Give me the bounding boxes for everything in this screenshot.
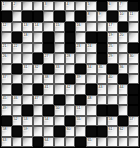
crossword-cell[interactable]: 43 (97, 84, 108, 94)
crossword-cell[interactable] (54, 74, 65, 84)
clue-number: 5 (87, 2, 90, 6)
crossword-cell[interactable] (107, 95, 118, 105)
clue-number: 12 (2, 23, 7, 27)
clue-number: 56 (108, 117, 113, 121)
crossword-cell[interactable] (33, 43, 44, 53)
crossword-cell[interactable] (43, 11, 54, 21)
crossword-cell[interactable]: 46 (12, 95, 23, 105)
clue-number: 33 (55, 65, 60, 69)
black-cell (97, 126, 108, 136)
black-cell (33, 53, 44, 63)
crossword-cell[interactable]: 28 (65, 53, 76, 63)
crossword-cell[interactable] (75, 32, 86, 42)
crossword-cell[interactable] (54, 84, 65, 94)
crossword-cell[interactable] (54, 53, 65, 63)
black-cell (118, 116, 129, 126)
clue-number: 51 (76, 106, 81, 110)
crossword-cell[interactable] (22, 95, 33, 105)
black-cell (33, 11, 44, 21)
clue-number: 1 (2, 2, 5, 6)
clue-number: 42 (66, 85, 71, 89)
black-cell (22, 105, 33, 115)
crossword-cell[interactable]: 16 (75, 22, 86, 32)
black-cell (65, 43, 76, 53)
crossword-cell[interactable] (86, 105, 97, 115)
crossword-cell[interactable]: 64 (43, 137, 54, 147)
clue-number: 18 (23, 33, 28, 37)
crossword-cell[interactable]: 13 (22, 22, 33, 32)
clue-number: 25 (108, 44, 113, 48)
crossword-cell[interactable] (128, 126, 139, 136)
crossword-cell[interactable] (118, 53, 129, 63)
clue-number: 32 (34, 65, 39, 69)
crossword-cell[interactable] (75, 53, 86, 63)
crossword-cell[interactable] (12, 53, 23, 63)
crossword-cell[interactable]: 44 (118, 84, 129, 94)
crossword-cell[interactable] (75, 126, 86, 136)
black-cell (33, 84, 44, 94)
black-cell (12, 32, 23, 42)
black-cell (128, 43, 139, 53)
black-cell (12, 126, 23, 136)
clue-number: 63 (2, 138, 7, 142)
black-cell (65, 116, 76, 126)
crossword-cell[interactable] (118, 95, 129, 105)
crossword-cell[interactable] (86, 116, 97, 126)
crossword-cell[interactable] (54, 43, 65, 53)
crossword-cell[interactable] (33, 116, 44, 126)
crossword-cell[interactable]: 41 (43, 84, 54, 94)
clue-number: 21 (2, 44, 7, 48)
clue-number: 4 (66, 2, 69, 6)
crossword-cell[interactable] (54, 137, 65, 147)
black-cell (43, 105, 54, 115)
black-cell (107, 105, 118, 115)
black-cell (128, 1, 139, 11)
crossword-cell[interactable]: 15 (54, 22, 65, 32)
black-cell (86, 32, 97, 42)
crossword-cell[interactable]: 32 (33, 64, 44, 74)
crossword-cell[interactable]: 4 (65, 1, 76, 11)
crossword-cell[interactable]: 40 (107, 74, 118, 84)
crossword-cell[interactable]: 50 (54, 105, 65, 115)
clue-number: 9 (98, 12, 101, 16)
black-cell (12, 64, 23, 74)
black-cell (43, 32, 54, 42)
crossword-cell[interactable] (33, 126, 44, 136)
crossword-cell[interactable] (75, 1, 86, 11)
crossword-cell[interactable]: 25 (107, 43, 118, 53)
crossword-cell[interactable]: 56 (107, 116, 118, 126)
crossword-cell[interactable] (97, 95, 108, 105)
crossword-cell[interactable] (12, 105, 23, 115)
crossword-cell[interactable]: 39 (75, 74, 86, 84)
clue-number: 34 (87, 65, 92, 69)
crossword-cell[interactable]: 63 (1, 137, 12, 147)
black-cell (65, 74, 76, 84)
clue-number: 37 (2, 75, 7, 79)
black-cell (22, 11, 33, 21)
black-cell (75, 95, 86, 105)
black-cell (65, 32, 76, 42)
clue-number: 17 (108, 23, 113, 27)
clue-number: 62 (119, 127, 124, 131)
clue-number: 40 (108, 75, 113, 79)
crossword-cell[interactable]: 54 (43, 116, 54, 126)
crossword-cell[interactable]: 14 (33, 22, 44, 32)
crossword-cell[interactable]: 55 (75, 116, 86, 126)
black-cell (97, 43, 108, 53)
black-cell (65, 22, 76, 32)
crossword-cell[interactable]: 38 (43, 74, 54, 84)
crossword-cell[interactable] (107, 84, 118, 94)
clue-number: 3 (44, 2, 47, 6)
clue-number: 13 (23, 23, 28, 27)
clue-number: 41 (44, 85, 49, 89)
clue-number: 2 (13, 2, 16, 6)
black-cell (97, 53, 108, 63)
crossword-cell[interactable]: 29 (107, 53, 118, 63)
crossword-cell[interactable] (43, 22, 54, 32)
clue-number: 10 (119, 12, 124, 16)
crossword-cell[interactable]: 47 (33, 95, 44, 105)
crossword-cell[interactable]: 22 (12, 43, 23, 53)
crossword-cell[interactable]: 48 (86, 95, 97, 105)
black-cell (128, 95, 139, 105)
crossword-cell[interactable] (43, 126, 54, 136)
clue-number: 14 (34, 23, 39, 27)
clue-number: 46 (13, 96, 18, 100)
crossword-cell[interactable] (128, 74, 139, 84)
crossword-cell[interactable] (86, 53, 97, 63)
clue-number: 35 (98, 65, 103, 69)
crossword-cell[interactable]: 65 (86, 137, 97, 147)
clue-number: 26 (2, 54, 7, 58)
crossword-cell[interactable]: 58 (1, 126, 12, 136)
crossword-cell[interactable] (65, 105, 76, 115)
crossword-cell[interactable] (65, 137, 76, 147)
clue-number: 22 (13, 44, 18, 48)
crossword-cell[interactable] (118, 105, 129, 115)
crossword-cell[interactable]: 1 (1, 1, 12, 11)
crossword-cell[interactable]: 59 (22, 126, 33, 136)
crossword-cell[interactable] (1, 64, 12, 74)
crossword-cell[interactable]: 11 (128, 11, 139, 21)
clue-number: 61 (108, 127, 113, 131)
crossword-cell[interactable] (65, 64, 76, 74)
clue-number: 64 (44, 138, 49, 142)
crossword-cell[interactable]: 37 (1, 74, 12, 84)
black-cell (118, 22, 129, 32)
crossword-cell[interactable] (128, 22, 139, 32)
crossword-cell[interactable]: 7 (118, 1, 129, 11)
crossword-cell[interactable]: 21 (1, 43, 12, 53)
black-cell (43, 64, 54, 74)
crossword-cell[interactable]: 35 (97, 64, 108, 74)
crossword-cell[interactable] (65, 95, 76, 105)
clue-number: 15 (55, 23, 60, 27)
black-cell (97, 1, 108, 11)
crossword-cell[interactable] (1, 84, 12, 94)
clue-number: 59 (23, 127, 28, 131)
crossword-cell[interactable]: 34 (86, 64, 97, 74)
crossword-cell[interactable] (128, 64, 139, 74)
clue-number: 65 (87, 138, 92, 142)
clue-number: 52 (13, 117, 18, 121)
clue-number: 36 (119, 65, 124, 69)
black-cell (86, 84, 97, 94)
crossword-cell[interactable]: 60 (65, 126, 76, 136)
clue-number: 43 (98, 85, 103, 89)
crossword-cell[interactable]: 49 (1, 105, 12, 115)
clue-number: 11 (129, 12, 134, 16)
black-cell (86, 126, 97, 136)
black-cell (12, 84, 23, 94)
clue-number: 29 (108, 54, 113, 58)
crossword-cell[interactable] (12, 74, 23, 84)
crossword-cell[interactable] (22, 74, 33, 84)
clue-number: 50 (55, 106, 60, 110)
crossword-cell[interactable]: 30 (128, 53, 139, 63)
clue-number: 6 (108, 2, 111, 6)
crossword-board: 1234567891011121314151617181920212223242… (0, 0, 140, 148)
clue-number: 49 (2, 106, 7, 110)
crossword-cell[interactable] (97, 137, 108, 147)
crossword-cell[interactable]: 36 (118, 64, 129, 74)
crossword-cell[interactable] (33, 32, 44, 42)
crossword-cell[interactable] (86, 74, 97, 84)
clue-number: 57 (129, 117, 134, 121)
crossword-cell[interactable] (54, 32, 65, 42)
crossword-cell[interactable] (22, 84, 33, 94)
crossword-cell[interactable] (86, 22, 97, 32)
black-cell (1, 116, 12, 126)
crossword-cell[interactable]: 27 (43, 53, 54, 63)
clue-number: 38 (44, 75, 49, 79)
crossword-cell[interactable] (33, 105, 44, 115)
clue-number: 53 (23, 117, 28, 121)
black-cell (107, 64, 118, 74)
crossword-cell[interactable] (54, 116, 65, 126)
crossword-cell[interactable]: 5 (86, 1, 97, 11)
crossword-cell[interactable]: 18 (22, 32, 33, 42)
black-cell (75, 137, 86, 147)
crossword-cell[interactable] (107, 137, 118, 147)
crossword-cell[interactable] (54, 1, 65, 11)
black-cell (128, 105, 139, 115)
clue-number: 44 (119, 85, 124, 89)
clue-number: 47 (34, 96, 39, 100)
crossword-cell[interactable]: 24 (86, 43, 97, 53)
clue-number: 19 (108, 33, 113, 37)
clue-number: 16 (76, 23, 81, 27)
clue-number: 28 (66, 54, 71, 58)
crossword-cell[interactable]: 31 (22, 64, 33, 74)
crossword-cell[interactable] (22, 43, 33, 53)
black-cell (97, 105, 108, 115)
clue-number: 23 (76, 44, 81, 48)
crossword-cell[interactable] (12, 11, 23, 21)
black-cell (75, 11, 86, 21)
crossword-cell[interactable]: 42 (65, 84, 76, 94)
crossword-cell[interactable]: 2 (12, 1, 23, 11)
crossword-cell[interactable] (97, 74, 108, 84)
black-cell (33, 137, 44, 147)
clue-number: 8 (87, 12, 90, 16)
crossword-cell[interactable] (12, 22, 23, 32)
black-cell (118, 74, 129, 84)
clue-number: 39 (76, 75, 81, 79)
crossword-cell[interactable] (43, 95, 54, 105)
clue-number: 54 (44, 117, 49, 121)
clue-number: 58 (2, 127, 7, 131)
crossword-cell[interactable]: 26 (1, 53, 12, 63)
crossword-cell[interactable]: 19 (107, 32, 118, 42)
black-cell (54, 95, 65, 105)
clue-number: 24 (87, 44, 92, 48)
crossword-cell[interactable] (97, 116, 108, 126)
clue-number: 48 (87, 96, 92, 100)
crossword-cell[interactable]: 53 (22, 116, 33, 126)
crossword-cell[interactable]: 61 (107, 126, 118, 136)
crossword-cell[interactable] (22, 137, 33, 147)
crossword-cell[interactable]: 12 (1, 22, 12, 32)
crossword-cell[interactable]: 10 (118, 11, 129, 21)
clue-number: 7 (119, 2, 122, 6)
crossword-cell[interactable]: 20 (118, 32, 129, 42)
crossword-cell[interactable] (33, 74, 44, 84)
crossword-cell[interactable] (97, 22, 108, 32)
black-cell (97, 32, 108, 42)
crossword-cell[interactable]: 23 (75, 43, 86, 53)
crossword-cell[interactable]: 52 (12, 116, 23, 126)
crossword-cell[interactable] (12, 137, 23, 147)
crossword-cell[interactable]: 17 (107, 22, 118, 32)
crossword-cell[interactable]: 33 (54, 64, 65, 74)
black-cell (75, 64, 86, 74)
crossword-cell[interactable] (33, 1, 44, 11)
clue-number: 27 (44, 54, 49, 58)
crossword-cell[interactable] (75, 84, 86, 94)
crossword-cell[interactable]: 57 (128, 116, 139, 126)
clue-number: 60 (66, 127, 71, 131)
crossword-cell[interactable] (22, 1, 33, 11)
black-cell (54, 126, 65, 136)
crossword-cell[interactable] (65, 11, 76, 21)
crossword-cell[interactable]: 3 (43, 1, 54, 11)
clue-number: 30 (129, 54, 134, 58)
crossword-cell[interactable]: 8 (86, 11, 97, 21)
black-cell (54, 11, 65, 21)
crossword-cell[interactable]: 9 (97, 11, 108, 21)
clue-number: 55 (76, 117, 81, 121)
crossword-cell[interactable] (118, 137, 129, 147)
crossword-cell[interactable] (128, 137, 139, 147)
crossword-cell[interactable]: 45 (1, 95, 12, 105)
crossword-cell[interactable] (118, 43, 129, 53)
crossword-cell[interactable] (1, 32, 12, 42)
clue-number: 45 (2, 96, 7, 100)
black-cell (107, 11, 118, 21)
clue-number: 31 (23, 65, 28, 69)
clue-number: 20 (119, 33, 124, 37)
crossword-cell[interactable]: 6 (107, 1, 118, 11)
black-cell (1, 11, 12, 21)
black-cell (128, 84, 139, 94)
crossword-cell[interactable]: 51 (75, 105, 86, 115)
crossword-cell[interactable] (128, 32, 139, 42)
black-cell (43, 43, 54, 53)
crossword-cell[interactable]: 62 (118, 126, 129, 136)
crossword-cell[interactable] (22, 53, 33, 63)
